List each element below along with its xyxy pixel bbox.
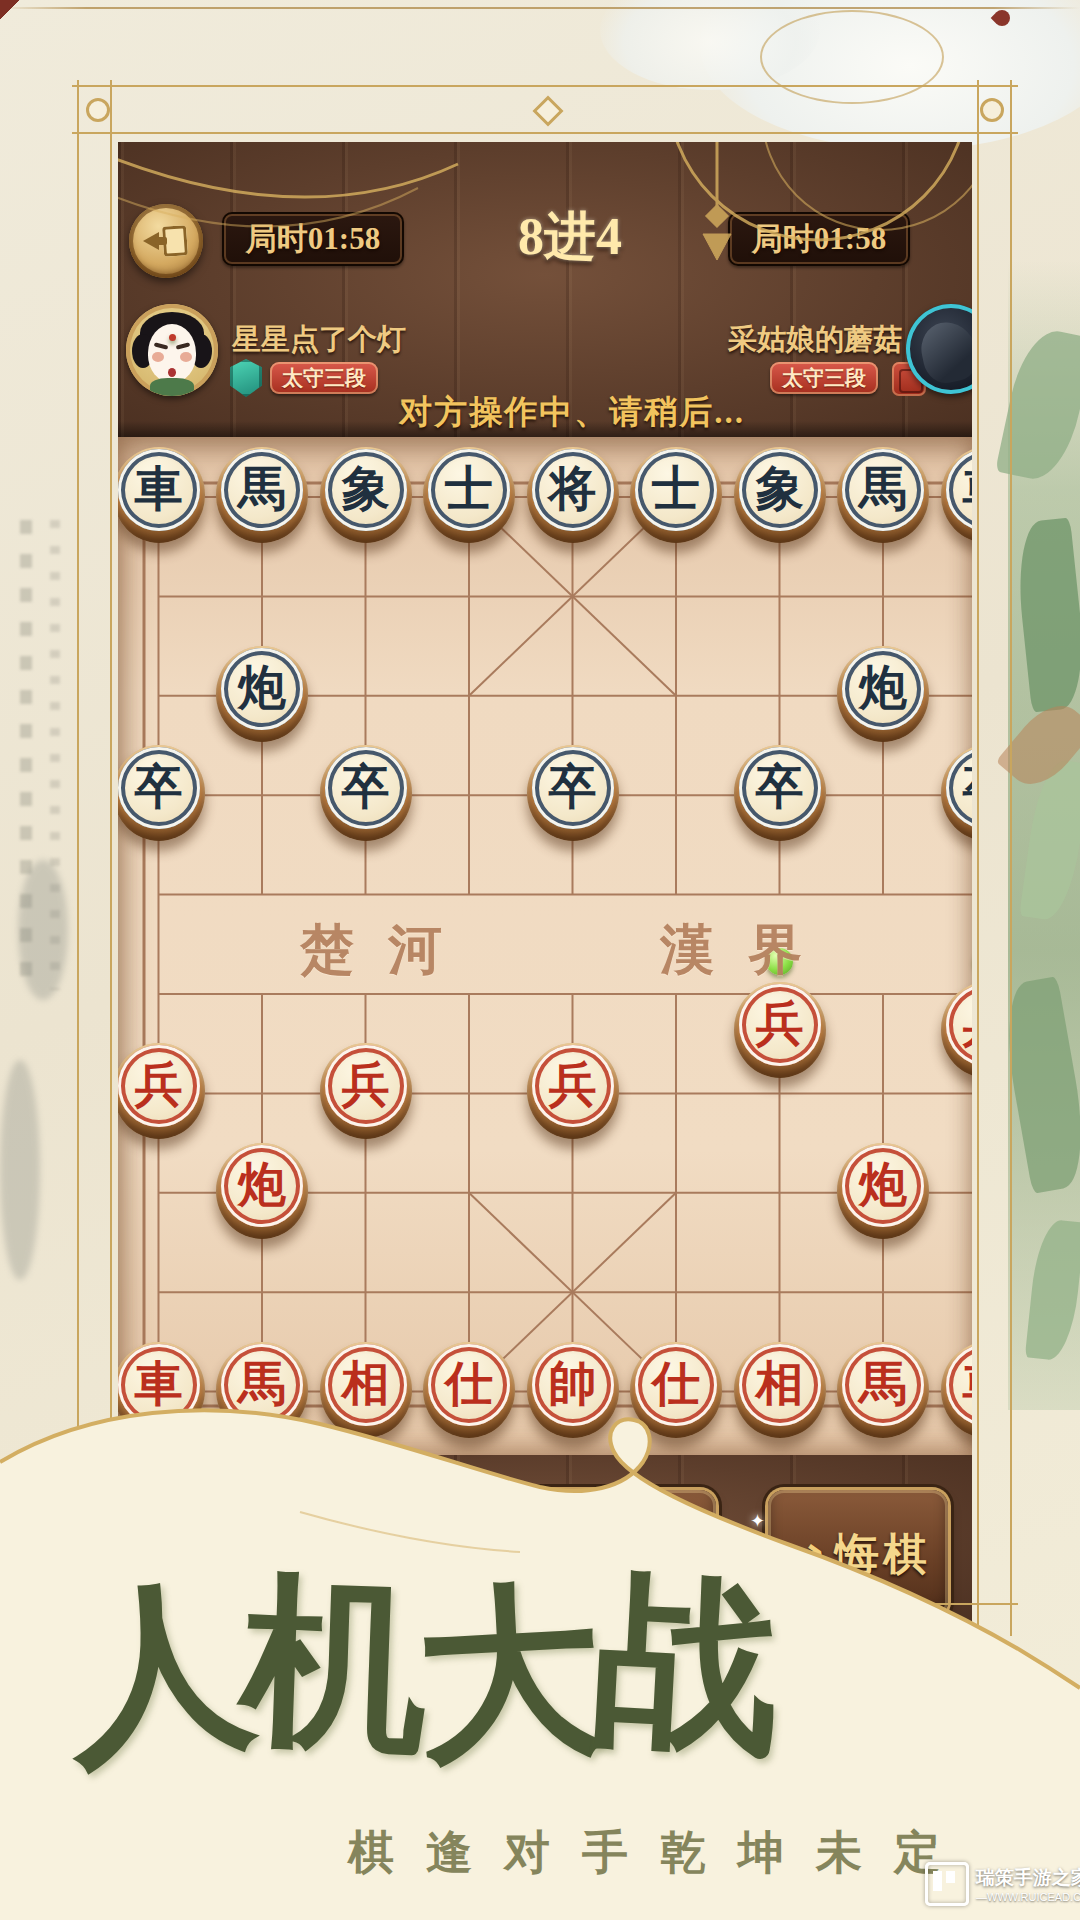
xiangqi-board[interactable]: 楚河 漢界 [118, 437, 972, 1455]
piece-炮[interactable]: 炮 [216, 1143, 308, 1239]
piece-卒[interactable]: 卒 [734, 745, 826, 841]
piece-馬[interactable]: 馬 [216, 447, 308, 543]
frame-corner-ornament [86, 98, 110, 122]
banner-char: 机 [239, 1569, 431, 1761]
watermark-url: —WWW.RUICEAD.COM— [976, 1891, 1080, 1903]
piece-将[interactable]: 将 [527, 447, 619, 543]
round-title: 8进4 [450, 202, 690, 272]
river-label-right: 漢界 [660, 914, 836, 987]
app-screen: 楚河 漢界 車馬象士将士象馬車炮炮卒卒卒卒卒兵兵兵兵兵炮炮車馬相仕帥仕相馬車 局… [0, 0, 1080, 1920]
corner-ornament-red [0, 0, 46, 46]
piece-卒[interactable]: 卒 [320, 745, 412, 841]
back-button[interactable] [129, 204, 203, 278]
watermark-site: 瑞策手游之家 [976, 1865, 1080, 1891]
watermark: 瑞策手游之家 —WWW.RUICEAD.COM— [925, 1862, 1075, 1906]
banner-char: 战 [589, 1567, 784, 1762]
player-left-avatar [126, 304, 218, 396]
watermark-logo [925, 1862, 969, 1906]
player-right-name: 采姑娘的蘑菇 [602, 320, 902, 360]
board-grid [118, 437, 972, 1455]
ink-blob [0, 1060, 40, 1280]
piece-炮[interactable]: 炮 [216, 646, 308, 742]
piece-卒[interactable]: 卒 [118, 745, 205, 841]
banner-char: 人 [57, 1569, 261, 1773]
river-label-left: 楚河 [300, 914, 476, 987]
piece-炮[interactable]: 炮 [837, 1143, 929, 1239]
timer-left: 局时01:58 [222, 212, 404, 266]
banner-char: 大 [412, 1577, 607, 1772]
piece-兵[interactable]: 兵 [734, 982, 826, 1078]
player-left-name: 星星点了个灯 [232, 320, 406, 360]
piece-士[interactable]: 士 [423, 447, 515, 543]
piece-炮[interactable]: 炮 [837, 646, 929, 742]
turn-status-text: 对方操作中、请稍后... [272, 390, 872, 435]
piece-卒[interactable]: 卒 [527, 745, 619, 841]
ink-blob [18, 860, 68, 1000]
timer-right: 局时01:58 [728, 212, 910, 266]
piece-兵[interactable]: 兵 [527, 1043, 619, 1139]
frame-corner-ornament [980, 98, 1004, 122]
piece-馬[interactable]: 馬 [837, 447, 929, 543]
piece-兵[interactable]: 兵 [320, 1043, 412, 1139]
banner-title: 人 机 大 战 [66, 1572, 706, 1758]
top-border-line [0, 7, 1080, 9]
piece-士[interactable]: 士 [630, 447, 722, 543]
piece-車[interactable]: 車 [118, 447, 205, 543]
piece-象[interactable]: 象 [734, 447, 826, 543]
piece-象[interactable]: 象 [320, 447, 412, 543]
